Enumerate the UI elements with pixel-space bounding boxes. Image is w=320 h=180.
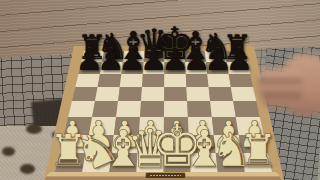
square-g8: [205, 51, 227, 62]
square-a6: [75, 74, 100, 87]
square-b1: [82, 153, 111, 172]
square-h2: [239, 135, 268, 153]
square-e2: [164, 135, 190, 153]
square-g5: [209, 87, 234, 101]
square-h6: [229, 74, 253, 87]
square-f5: [186, 87, 210, 101]
square-c5: [118, 87, 142, 101]
square-f4: [187, 101, 212, 117]
square-b2: [86, 135, 114, 153]
square-g7: [206, 62, 229, 74]
square-g2: [214, 135, 242, 153]
square-a3: [64, 117, 92, 135]
square-f8: [185, 51, 206, 62]
square-a4: [68, 101, 95, 117]
square-c1: [109, 153, 137, 172]
square-b4: [92, 101, 118, 117]
square-h1: [242, 153, 272, 172]
square-c7: [121, 62, 143, 74]
square-h7: [227, 62, 250, 74]
square-e4: [164, 101, 188, 117]
square-g1: [216, 153, 245, 172]
square-a8: [81, 51, 104, 62]
square-e3: [164, 117, 189, 135]
square-a5: [72, 87, 98, 101]
square-f7: [185, 62, 207, 74]
square-e1: [164, 153, 191, 172]
square-d2: [138, 135, 164, 153]
square-d3: [139, 117, 164, 135]
square-f3: [188, 117, 214, 135]
square-d6: [142, 74, 164, 87]
square-b6: [98, 74, 122, 87]
square-d8: [144, 51, 165, 62]
square-c4: [116, 101, 141, 117]
square-d5: [141, 87, 164, 101]
square-e6: [164, 74, 186, 87]
square-g6: [207, 74, 231, 87]
square-c6: [120, 74, 143, 87]
square-a1: [55, 153, 86, 172]
square-d1: [136, 153, 163, 172]
square-g4: [210, 101, 236, 117]
square-a7: [78, 62, 102, 74]
square-f2: [189, 135, 216, 153]
square-c3: [114, 117, 140, 135]
square-a2: [60, 135, 89, 153]
square-f6: [186, 74, 209, 87]
hand-finger: [262, 96, 302, 107]
square-e8: [164, 51, 185, 62]
square-h5: [231, 87, 256, 101]
square-b8: [102, 51, 124, 62]
square-h8: [225, 51, 248, 62]
square-d7: [143, 62, 165, 74]
square-b5: [95, 87, 120, 101]
square-c2: [112, 135, 139, 153]
square-c8: [123, 51, 144, 62]
square-b7: [100, 62, 123, 74]
video-frame: ♜♞♝♛♚♝♞♜♟♟♟♟♟♟♟♟♟♟♟♟♟♟♟♟♜♞♝♛♚♝♞♜: [0, 0, 320, 180]
square-g3: [212, 117, 239, 135]
hand: [254, 48, 320, 120]
square-e7: [164, 62, 185, 74]
square-b3: [89, 117, 116, 135]
square-e5: [164, 87, 187, 101]
square-d4: [140, 101, 164, 117]
square-f1: [190, 153, 218, 172]
